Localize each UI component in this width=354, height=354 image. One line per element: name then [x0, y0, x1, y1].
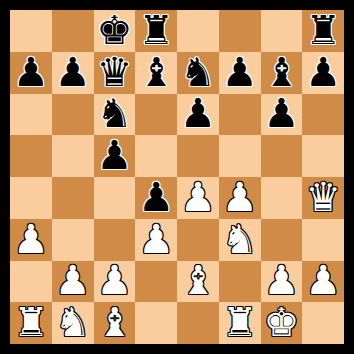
square-f2[interactable] [219, 261, 261, 303]
square-g5[interactable] [261, 135, 303, 177]
square-g4[interactable] [261, 177, 303, 219]
square-c8[interactable]: ♚︎ [94, 10, 136, 52]
square-d6[interactable] [135, 94, 177, 136]
square-f1[interactable]: ♜︎ [219, 302, 261, 344]
square-a3[interactable]: ♟︎ [10, 219, 52, 261]
square-h3[interactable] [302, 219, 344, 261]
piece-white-pawn[interactable]: ♟︎ [263, 261, 299, 301]
piece-black-pawn[interactable]: ♟︎ [13, 52, 49, 92]
square-g6[interactable]: ♟︎ [261, 94, 303, 136]
square-b4[interactable] [52, 177, 94, 219]
square-d7[interactable]: ♝︎ [135, 52, 177, 94]
square-c3[interactable] [94, 219, 136, 261]
square-e1[interactable] [177, 302, 219, 344]
piece-white-king[interactable]: ♚︎ [263, 302, 299, 342]
square-a8[interactable] [10, 10, 52, 52]
square-d5[interactable] [135, 135, 177, 177]
square-e3[interactable] [177, 219, 219, 261]
square-h8[interactable]: ♜︎ [302, 10, 344, 52]
square-d3[interactable]: ♟︎ [135, 219, 177, 261]
piece-white-pawn[interactable]: ♟︎ [180, 177, 216, 217]
square-f4[interactable]: ♟︎ [219, 177, 261, 219]
square-e5[interactable] [177, 135, 219, 177]
square-h5[interactable] [302, 135, 344, 177]
square-h7[interactable]: ♟︎ [302, 52, 344, 94]
piece-white-pawn[interactable]: ♟︎ [96, 261, 132, 301]
piece-white-queen[interactable]: ♛︎ [305, 177, 341, 217]
piece-black-pawn[interactable]: ♟︎ [138, 177, 174, 217]
piece-black-pawn[interactable]: ♟︎ [305, 52, 341, 92]
piece-black-bishop[interactable]: ♝︎ [138, 52, 174, 92]
piece-white-bishop[interactable]: ♝︎ [96, 302, 132, 342]
piece-black-knight[interactable]: ♞︎ [96, 94, 132, 134]
square-f5[interactable] [219, 135, 261, 177]
square-g8[interactable] [261, 10, 303, 52]
square-b8[interactable] [52, 10, 94, 52]
piece-black-queen[interactable]: ♛︎ [96, 52, 132, 92]
chess-board: ♚︎♜︎♜︎♟︎♟︎♛︎♝︎♞︎♟︎♝︎♟︎♞︎♟︎♟︎♟︎♟︎♟︎♟︎♛︎♟︎… [10, 10, 344, 344]
square-b5[interactable] [52, 135, 94, 177]
board-frame: ♚︎♜︎♜︎♟︎♟︎♛︎♝︎♞︎♟︎♝︎♟︎♞︎♟︎♟︎♟︎♟︎♟︎♟︎♛︎♟︎… [0, 0, 354, 354]
piece-white-bishop[interactable]: ♝︎ [180, 261, 216, 301]
square-e8[interactable] [177, 10, 219, 52]
square-a7[interactable]: ♟︎ [10, 52, 52, 94]
square-b2[interactable]: ♟︎ [52, 261, 94, 303]
square-b7[interactable]: ♟︎ [52, 52, 94, 94]
square-c7[interactable]: ♛︎ [94, 52, 136, 94]
piece-black-pawn[interactable]: ♟︎ [180, 94, 216, 134]
square-h1[interactable] [302, 302, 344, 344]
piece-white-rook[interactable]: ♜︎ [222, 302, 258, 342]
square-a5[interactable] [10, 135, 52, 177]
piece-white-knight[interactable]: ♞︎ [222, 219, 258, 259]
square-e7[interactable]: ♞︎ [177, 52, 219, 94]
square-b1[interactable]: ♞︎ [52, 302, 94, 344]
square-d1[interactable] [135, 302, 177, 344]
piece-white-rook[interactable]: ♜︎ [13, 302, 49, 342]
piece-white-pawn[interactable]: ♟︎ [55, 261, 91, 301]
square-e6[interactable]: ♟︎ [177, 94, 219, 136]
piece-black-knight[interactable]: ♞︎ [180, 52, 216, 92]
square-a6[interactable] [10, 94, 52, 136]
square-f7[interactable]: ♟︎ [219, 52, 261, 94]
piece-white-pawn[interactable]: ♟︎ [305, 261, 341, 301]
piece-white-knight[interactable]: ♞︎ [55, 302, 91, 342]
piece-black-pawn[interactable]: ♟︎ [96, 135, 132, 175]
square-b6[interactable] [52, 94, 94, 136]
square-d8[interactable]: ♜︎ [135, 10, 177, 52]
square-h4[interactable]: ♛︎ [302, 177, 344, 219]
square-f8[interactable] [219, 10, 261, 52]
square-g2[interactable]: ♟︎ [261, 261, 303, 303]
piece-black-rook[interactable]: ♜︎ [138, 10, 174, 50]
piece-black-bishop[interactable]: ♝︎ [263, 52, 299, 92]
square-e2[interactable]: ♝︎ [177, 261, 219, 303]
square-g1[interactable]: ♚︎ [261, 302, 303, 344]
piece-white-pawn[interactable]: ♟︎ [222, 177, 258, 217]
square-c4[interactable] [94, 177, 136, 219]
square-g3[interactable] [261, 219, 303, 261]
piece-black-pawn[interactable]: ♟︎ [55, 52, 91, 92]
square-d4[interactable]: ♟︎ [135, 177, 177, 219]
square-g7[interactable]: ♝︎ [261, 52, 303, 94]
square-f3[interactable]: ♞︎ [219, 219, 261, 261]
piece-black-rook[interactable]: ♜︎ [305, 10, 341, 50]
square-d2[interactable] [135, 261, 177, 303]
square-c5[interactable]: ♟︎ [94, 135, 136, 177]
square-h2[interactable]: ♟︎ [302, 261, 344, 303]
piece-white-pawn[interactable]: ♟︎ [13, 219, 49, 259]
square-c2[interactable]: ♟︎ [94, 261, 136, 303]
square-a4[interactable] [10, 177, 52, 219]
piece-black-pawn[interactable]: ♟︎ [263, 94, 299, 134]
square-f6[interactable] [219, 94, 261, 136]
piece-black-king[interactable]: ♚︎ [96, 10, 132, 50]
square-c6[interactable]: ♞︎ [94, 94, 136, 136]
square-h6[interactable] [302, 94, 344, 136]
square-a2[interactable] [10, 261, 52, 303]
square-c1[interactable]: ♝︎ [94, 302, 136, 344]
piece-white-pawn[interactable]: ♟︎ [138, 219, 174, 259]
square-a1[interactable]: ♜︎ [10, 302, 52, 344]
piece-black-pawn[interactable]: ♟︎ [222, 52, 258, 92]
square-b3[interactable] [52, 219, 94, 261]
square-e4[interactable]: ♟︎ [177, 177, 219, 219]
